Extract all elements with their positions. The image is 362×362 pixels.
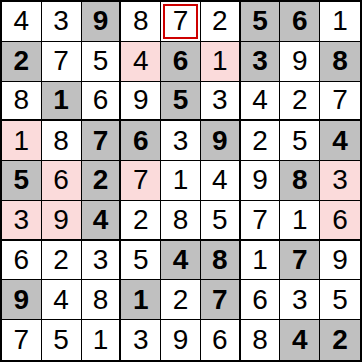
sudoku-cell-r2c8[interactable]: 9 — [280, 42, 320, 82]
sudoku-cell-r8c3[interactable]: 8 — [82, 280, 122, 320]
sudoku-cell-r7c5[interactable]: 4 — [161, 241, 201, 281]
sudoku-cell-r4c1[interactable]: 1 — [2, 121, 42, 161]
sudoku-cell-r4c2[interactable]: 8 — [42, 121, 82, 161]
sudoku-cell-r2c7[interactable]: 3 — [241, 42, 281, 82]
sudoku-cell-r7c2[interactable]: 2 — [42, 241, 82, 281]
sudoku-cell-r9c3[interactable]: 1 — [82, 320, 122, 360]
sudoku-cell-r5c1[interactable]: 5 — [2, 161, 42, 201]
sudoku-cell-r6c9[interactable]: 6 — [320, 201, 360, 241]
sudoku-cell-r7c3[interactable]: 3 — [82, 241, 122, 281]
sudoku-cell-r6c1[interactable]: 3 — [2, 201, 42, 241]
sudoku-cell-r4c4[interactable]: 6 — [121, 121, 161, 161]
sudoku-cell-r6c5[interactable]: 8 — [161, 201, 201, 241]
sudoku-cell-r5c4[interactable]: 7 — [121, 161, 161, 201]
sudoku-cell-r8c4[interactable]: 1 — [121, 280, 161, 320]
sudoku-cell-r9c4[interactable]: 3 — [121, 320, 161, 360]
sudoku-cell-r1c8[interactable]: 6 — [280, 2, 320, 42]
sudoku-cell-r8c5[interactable]: 2 — [161, 280, 201, 320]
sudoku-cell-r3c5[interactable]: 5 — [161, 82, 201, 122]
sudoku-cell-r5c5[interactable]: 1 — [161, 161, 201, 201]
sudoku-cell-r7c9[interactable]: 9 — [320, 241, 360, 281]
sudoku-cell-r9c2[interactable]: 5 — [42, 320, 82, 360]
sudoku-cell-r8c7[interactable]: 6 — [241, 280, 281, 320]
sudoku-cell-r2c5[interactable]: 6 — [161, 42, 201, 82]
sudoku-board: 4398725612754613988169534271876392545627… — [0, 0, 362, 362]
sudoku-cell-r1c2[interactable]: 3 — [42, 2, 82, 42]
sudoku-cell-r1c7[interactable]: 5 — [241, 2, 281, 42]
sudoku-cell-r8c6[interactable]: 7 — [201, 280, 241, 320]
sudoku-cell-r5c9[interactable]: 3 — [320, 161, 360, 201]
sudoku-cell-r1c5[interactable]: 7 — [161, 2, 201, 42]
sudoku-cell-r2c1[interactable]: 2 — [2, 42, 42, 82]
sudoku-cell-r1c4[interactable]: 8 — [121, 2, 161, 42]
sudoku-cell-r5c3[interactable]: 2 — [82, 161, 122, 201]
sudoku-cell-r7c6[interactable]: 8 — [201, 241, 241, 281]
sudoku-cell-r5c8[interactable]: 8 — [280, 161, 320, 201]
sudoku-cell-r5c7[interactable]: 9 — [241, 161, 281, 201]
sudoku-cell-r2c4[interactable]: 4 — [121, 42, 161, 82]
sudoku-cell-r8c9[interactable]: 5 — [320, 280, 360, 320]
sudoku-cell-r3c4[interactable]: 9 — [121, 82, 161, 122]
sudoku-cell-r4c7[interactable]: 2 — [241, 121, 281, 161]
sudoku-cell-r5c6[interactable]: 4 — [201, 161, 241, 201]
sudoku-cell-r6c6[interactable]: 5 — [201, 201, 241, 241]
sudoku-cell-r8c8[interactable]: 3 — [280, 280, 320, 320]
sudoku-cell-r3c3[interactable]: 6 — [82, 82, 122, 122]
sudoku-cell-r4c6[interactable]: 9 — [201, 121, 241, 161]
sudoku-cell-r3c1[interactable]: 8 — [2, 82, 42, 122]
sudoku-cell-r9c1[interactable]: 7 — [2, 320, 42, 360]
sudoku-cell-r2c6[interactable]: 1 — [201, 42, 241, 82]
sudoku-cell-r7c4[interactable]: 5 — [121, 241, 161, 281]
sudoku-cell-r6c2[interactable]: 9 — [42, 201, 82, 241]
sudoku-cell-r2c9[interactable]: 8 — [320, 42, 360, 82]
sudoku-cell-r3c8[interactable]: 2 — [280, 82, 320, 122]
sudoku-cell-r4c3[interactable]: 7 — [82, 121, 122, 161]
sudoku-cell-r3c2[interactable]: 1 — [42, 82, 82, 122]
sudoku-cell-r9c9[interactable]: 2 — [320, 320, 360, 360]
sudoku-cell-r6c3[interactable]: 4 — [82, 201, 122, 241]
sudoku-cell-r9c7[interactable]: 8 — [241, 320, 281, 360]
sudoku-cell-r7c1[interactable]: 6 — [2, 241, 42, 281]
sudoku-cell-r8c1[interactable]: 9 — [2, 280, 42, 320]
sudoku-cell-r8c2[interactable]: 4 — [42, 280, 82, 320]
sudoku-cell-r9c8[interactable]: 4 — [280, 320, 320, 360]
sudoku-cell-r1c6[interactable]: 2 — [201, 2, 241, 42]
sudoku-cell-r4c8[interactable]: 5 — [280, 121, 320, 161]
sudoku-cell-r5c2[interactable]: 6 — [42, 161, 82, 201]
sudoku-cell-r4c9[interactable]: 4 — [320, 121, 360, 161]
sudoku-cell-r3c9[interactable]: 7 — [320, 82, 360, 122]
sudoku-cell-r1c3[interactable]: 9 — [82, 2, 122, 42]
sudoku-cell-r9c6[interactable]: 6 — [201, 320, 241, 360]
sudoku-cell-r7c8[interactable]: 7 — [280, 241, 320, 281]
sudoku-cell-r6c8[interactable]: 1 — [280, 201, 320, 241]
sudoku-cell-r1c1[interactable]: 4 — [2, 2, 42, 42]
sudoku-cell-r4c5[interactable]: 3 — [161, 121, 201, 161]
sudoku-cell-r2c2[interactable]: 7 — [42, 42, 82, 82]
sudoku-cell-r6c7[interactable]: 7 — [241, 201, 281, 241]
sudoku-cell-r7c7[interactable]: 1 — [241, 241, 281, 281]
sudoku-cell-r2c3[interactable]: 5 — [82, 42, 122, 82]
sudoku-cell-r3c7[interactable]: 4 — [241, 82, 281, 122]
sudoku-cell-r1c9[interactable]: 1 — [320, 2, 360, 42]
sudoku-cell-r6c4[interactable]: 2 — [121, 201, 161, 241]
sudoku-cell-r3c6[interactable]: 3 — [201, 82, 241, 122]
sudoku-cell-r9c5[interactable]: 9 — [161, 320, 201, 360]
